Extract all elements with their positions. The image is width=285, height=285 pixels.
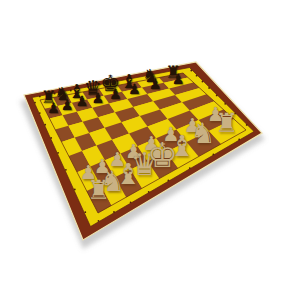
piece-black-pawn-d7[interactable]: ♟ [91, 90, 104, 104]
piece-black-pawn-e7[interactable]: ♟ [109, 86, 122, 100]
piece-black-pawn-b7[interactable]: ♟ [61, 97, 74, 111]
piece-black-pawn-g7[interactable]: ♟ [149, 77, 162, 91]
piece-white-rook-h1[interactable]: ♜ [215, 110, 239, 137]
piece-black-pawn-f7[interactable]: ♟ [128, 82, 141, 96]
piece-white-knight-g1[interactable]: ♞ [191, 121, 216, 149]
piece-black-pawn-a7[interactable]: ♟ [47, 101, 60, 115]
chess-set-scene: ♜♞♝♛♚♝♞♜♟♟♟♟♟♟♟♟♟♟♟♟♟♟♟♟♜♞♝♛♚♝♞♜ [0, 0, 285, 285]
piece-black-pawn-h7[interactable]: ♟ [172, 71, 185, 85]
pieces-layer: ♜♞♝♛♚♝♞♜♟♟♟♟♟♟♟♟♟♟♟♟♟♟♟♟♜♞♝♛♚♝♞♜ [0, 0, 285, 285]
piece-black-pawn-c7[interactable]: ♟ [75, 94, 88, 108]
